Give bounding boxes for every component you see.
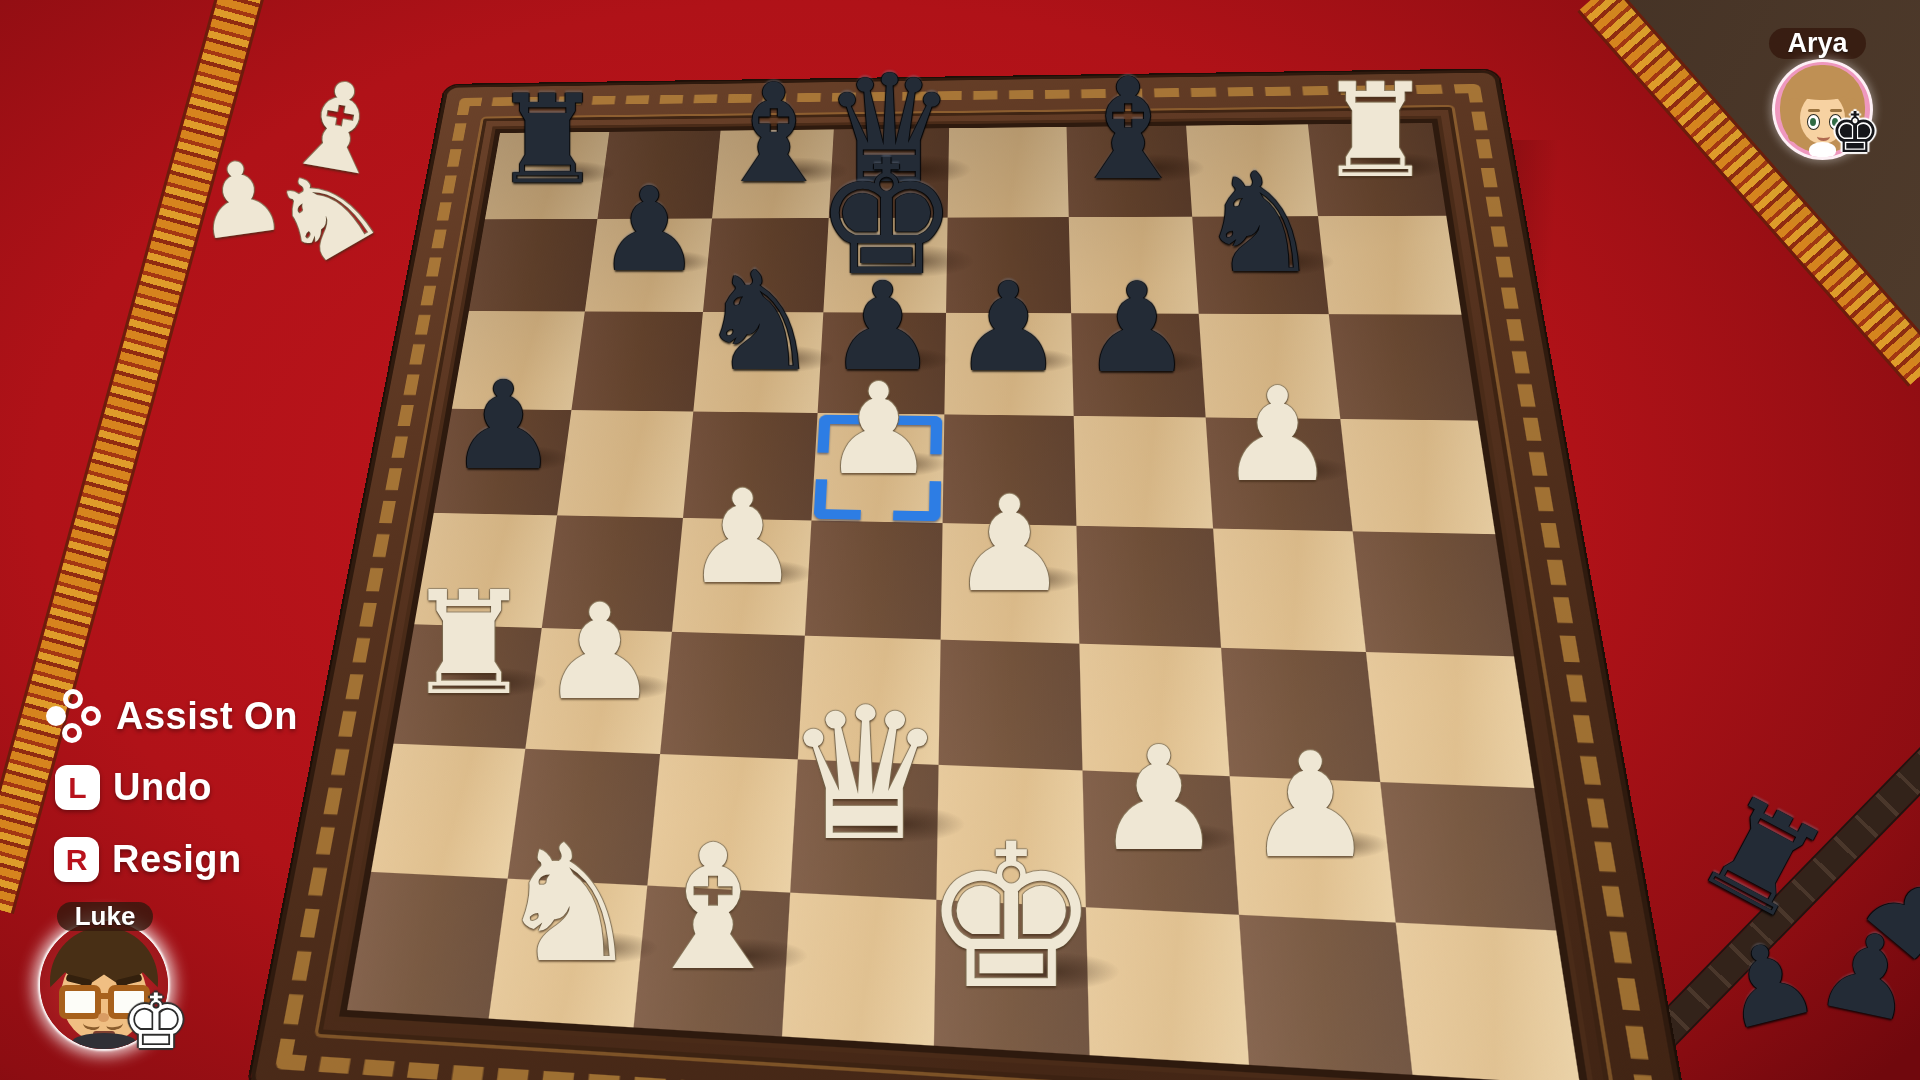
square-d1[interactable] — [782, 893, 936, 1046]
undo-button[interactable]: L Undo — [55, 765, 212, 810]
square-h1[interactable] — [1396, 923, 1580, 1080]
square-b6[interactable] — [571, 311, 703, 411]
square-e8[interactable] — [948, 127, 1069, 218]
piece-white-king-e1[interactable]: ♚ — [922, 818, 1100, 1017]
square-h7[interactable] — [1318, 216, 1461, 315]
square-g4[interactable] — [1213, 529, 1366, 652]
player-name-arya: Arya — [1769, 28, 1866, 59]
resign-button[interactable]: R Resign — [54, 837, 242, 882]
piece-black-rook-a8[interactable]: ♜ — [493, 79, 602, 201]
piece-white-bishop-c1[interactable]: ♝ — [635, 822, 790, 995]
piece-black-pawn-b7[interactable]: ♟ — [597, 173, 701, 289]
square-d4[interactable] — [805, 520, 943, 639]
square-h4[interactable] — [1353, 531, 1514, 656]
square-e3[interactable] — [939, 640, 1083, 771]
piece-white-pawn-c4[interactable]: ♟ — [685, 474, 801, 603]
square-h2[interactable] — [1380, 782, 1556, 930]
piece-black-pawn-f6[interactable]: ♟ — [1081, 266, 1192, 390]
r-button-badge[interactable]: R — [54, 837, 99, 882]
l-button-badge[interactable]: L — [55, 765, 100, 810]
resign-label: Resign — [112, 838, 242, 881]
captured-white-bishop: ♝ — [275, 60, 402, 197]
piece-white-pawn-b3[interactable]: ♟ — [540, 585, 658, 717]
undo-label: Undo — [113, 766, 212, 809]
assist-toggle[interactable]: Assist On — [46, 688, 298, 744]
piece-white-pawn-f2[interactable]: ♟ — [1094, 727, 1223, 871]
square-f4[interactable] — [1076, 526, 1221, 648]
piece-white-rook-a3[interactable]: ♜ — [404, 572, 532, 715]
captured-black-pawn: ♟ — [1710, 923, 1827, 1048]
white-king-icon: ♚ — [122, 984, 190, 1060]
assist-label: Assist On — [116, 695, 298, 738]
black-king-icon: ♚ — [1830, 105, 1880, 161]
square-h3[interactable] — [1366, 652, 1534, 788]
square-h5[interactable] — [1340, 419, 1495, 534]
piece-black-knight-g7[interactable]: ♞ — [1197, 155, 1321, 293]
square-b5[interactable] — [557, 410, 693, 518]
piece-white-pawn-g5[interactable]: ♟ — [1219, 370, 1336, 500]
square-g1[interactable] — [1239, 915, 1412, 1075]
square-a7[interactable] — [469, 219, 598, 312]
square-h6[interactable] — [1329, 314, 1478, 420]
player-name-luke: Luke — [57, 902, 153, 931]
piece-white-pawn-d5[interactable]: ♟ — [822, 367, 935, 493]
square-f5[interactable] — [1074, 416, 1213, 529]
button-cluster-icon — [46, 688, 102, 744]
square-a1[interactable] — [347, 872, 508, 1019]
piece-black-pawn-e6[interactable]: ♟ — [953, 266, 1063, 389]
piece-black-bishop-f8[interactable]: ♝ — [1065, 60, 1191, 200]
piece-white-rook-h8[interactable]: ♜ — [1317, 66, 1434, 196]
piece-white-pawn-e4[interactable]: ♟ — [950, 478, 1068, 610]
square-f1[interactable] — [1086, 907, 1249, 1065]
piece-white-knight-b1[interactable]: ♞ — [496, 823, 641, 985]
piece-black-pawn-a5[interactable]: ♟ — [449, 365, 558, 487]
piece-white-pawn-g2[interactable]: ♟ — [1246, 733, 1376, 878]
captured-black-rook: ♜ — [1680, 773, 1844, 942]
piece-black-knight-c6[interactable]: ♞ — [698, 253, 821, 390]
